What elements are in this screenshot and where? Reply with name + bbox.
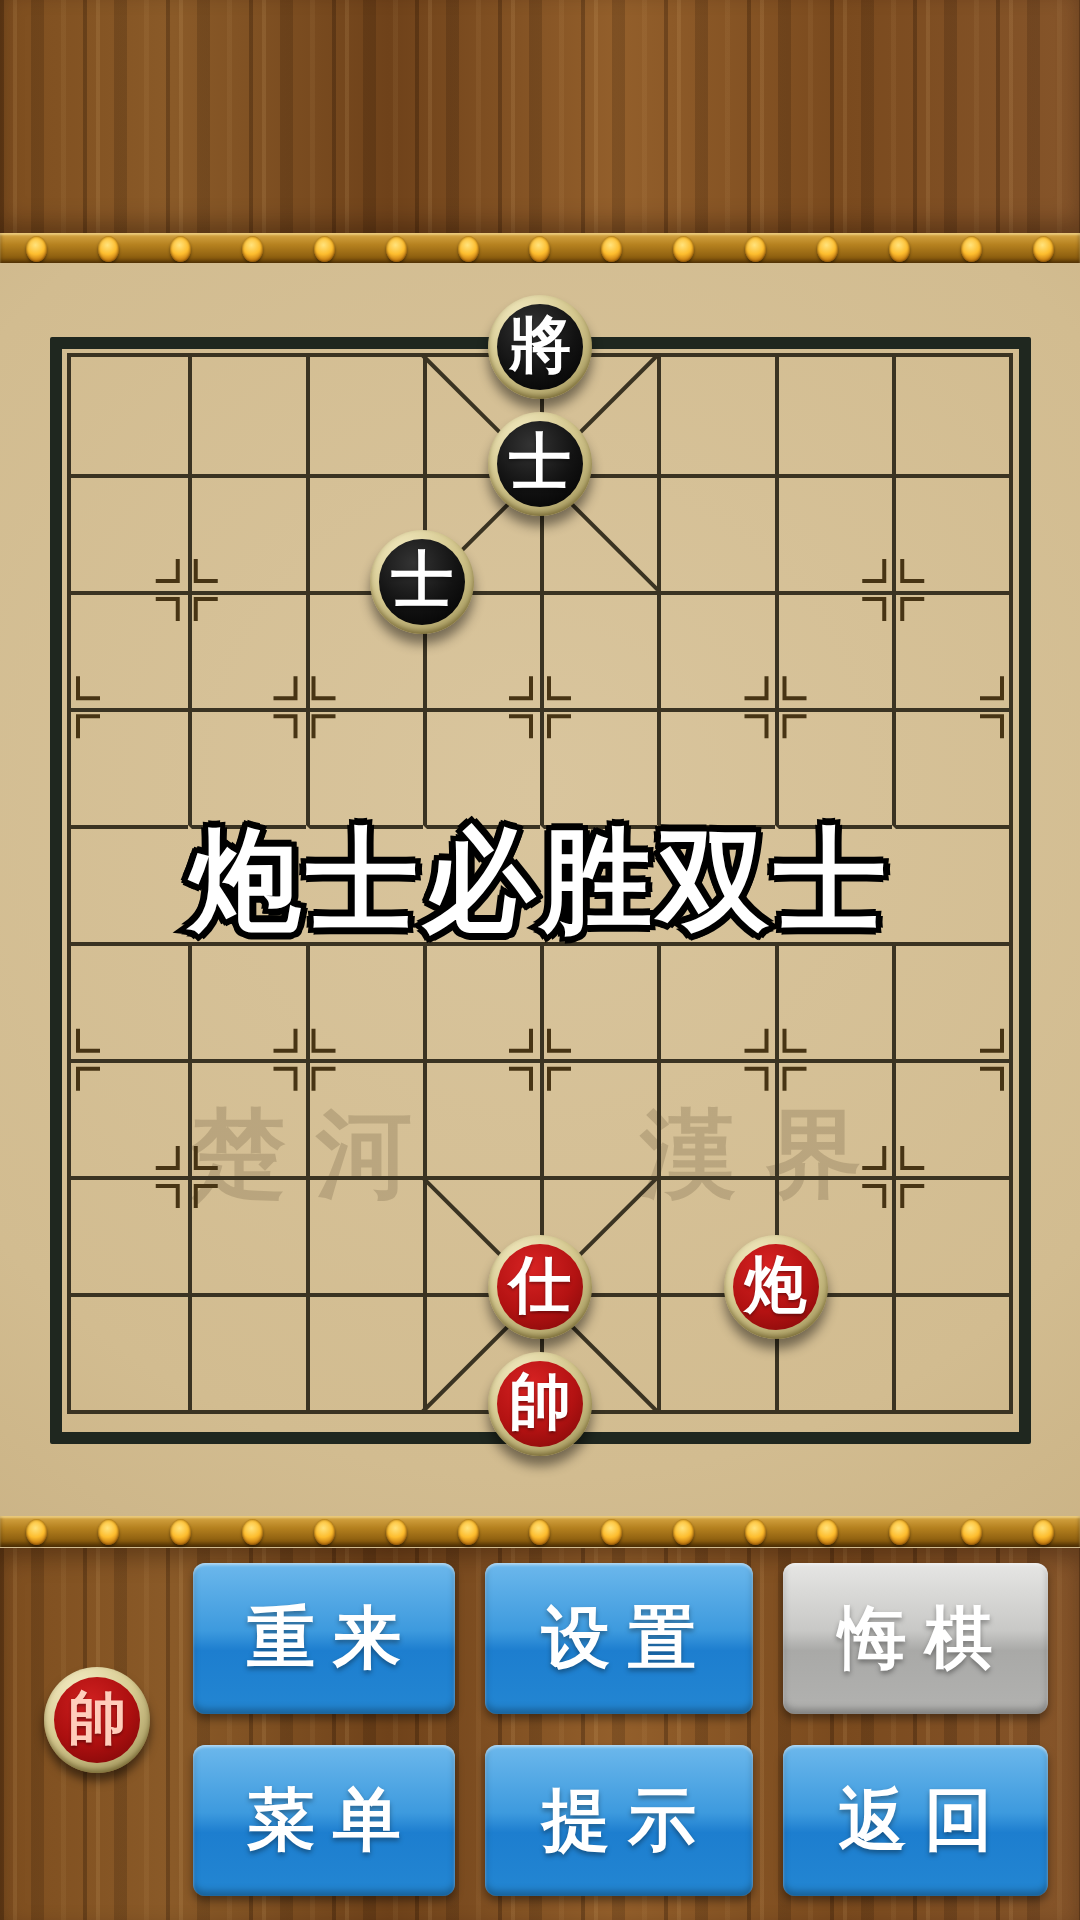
- rivet-icon: [673, 236, 694, 262]
- piece-black-general[interactable]: 將: [488, 295, 592, 399]
- turn-indicator-face: 帥: [54, 1677, 140, 1763]
- rivet-icon: [673, 1519, 694, 1545]
- rivet-icon: [242, 236, 263, 262]
- back-button[interactable]: 返回: [783, 1745, 1048, 1896]
- piece-face: 帥: [497, 1361, 583, 1447]
- settings-button[interactable]: 设置: [485, 1563, 753, 1714]
- turn-indicator-char: 帥: [68, 1689, 126, 1747]
- rivet-icon: [170, 236, 191, 262]
- rivet-icon: [961, 236, 982, 262]
- rivet-icon: [1033, 1519, 1054, 1545]
- rivet-icon: [314, 236, 335, 262]
- rivet-icon: [98, 236, 119, 262]
- hint-button[interactable]: 提示: [485, 1745, 753, 1896]
- rivet-icon: [26, 1519, 47, 1545]
- rivet-icon: [26, 236, 47, 262]
- piece-face: 士: [497, 421, 583, 507]
- piece-char: 將: [509, 314, 571, 376]
- rivet-icon: [817, 1519, 838, 1545]
- turn-indicator-piece: 帥: [44, 1667, 150, 1773]
- piece-char: 仕: [509, 1254, 571, 1316]
- piece-face: 仕: [497, 1244, 583, 1330]
- rivet-icon: [529, 1519, 550, 1545]
- restart-button[interactable]: 重来: [193, 1563, 455, 1714]
- nail-strip-bottom: [0, 1516, 1080, 1547]
- rivet-icon: [458, 1519, 479, 1545]
- rivet-icon: [889, 236, 910, 262]
- menu-button[interactable]: 菜单: [193, 1745, 455, 1896]
- piece-char: 士: [509, 431, 571, 493]
- rivet-icon: [601, 236, 622, 262]
- piece-face: 炮: [733, 1244, 819, 1330]
- rivet-icon: [601, 1519, 622, 1545]
- piece-black-advisor[interactable]: 士: [488, 412, 592, 516]
- rivet-icon: [961, 1519, 982, 1545]
- nail-strip-top: [0, 233, 1080, 264]
- rivet-icon: [529, 236, 550, 262]
- piece-char: 帥: [509, 1371, 571, 1433]
- puzzle-title: 炮士必胜双士: [0, 806, 1080, 956]
- piece-red-general[interactable]: 帥: [488, 1352, 592, 1456]
- piece-red-cannon[interactable]: 炮: [724, 1235, 828, 1339]
- rivet-icon: [170, 1519, 191, 1545]
- rivet-icon: [745, 1519, 766, 1545]
- rivet-icon: [98, 1519, 119, 1545]
- piece-black-advisor[interactable]: 士: [370, 530, 474, 634]
- undo-button[interactable]: 悔棋: [783, 1563, 1048, 1714]
- piece-face: 將: [497, 304, 583, 390]
- app-screen: 楚河 漢界 將士士仕炮帥 炮士必胜双士 帥 重来设置悔棋菜单提示返回: [0, 0, 1080, 1920]
- piece-face: 士: [379, 539, 465, 625]
- rivet-icon: [745, 236, 766, 262]
- rivet-icon: [1033, 236, 1054, 262]
- rivet-icon: [458, 236, 479, 262]
- wood-background-top: [0, 0, 1080, 233]
- piece-char: 炮: [745, 1254, 807, 1316]
- rivet-icon: [242, 1519, 263, 1545]
- rivet-icon: [817, 236, 838, 262]
- rivet-icon: [386, 236, 407, 262]
- piece-char: 士: [391, 549, 453, 611]
- piece-red-advisor[interactable]: 仕: [488, 1235, 592, 1339]
- rivet-icon: [386, 1519, 407, 1545]
- rivet-icon: [889, 1519, 910, 1545]
- button-grid: 重来设置悔棋菜单提示返回: [193, 1563, 1048, 1896]
- rivet-icon: [314, 1519, 335, 1545]
